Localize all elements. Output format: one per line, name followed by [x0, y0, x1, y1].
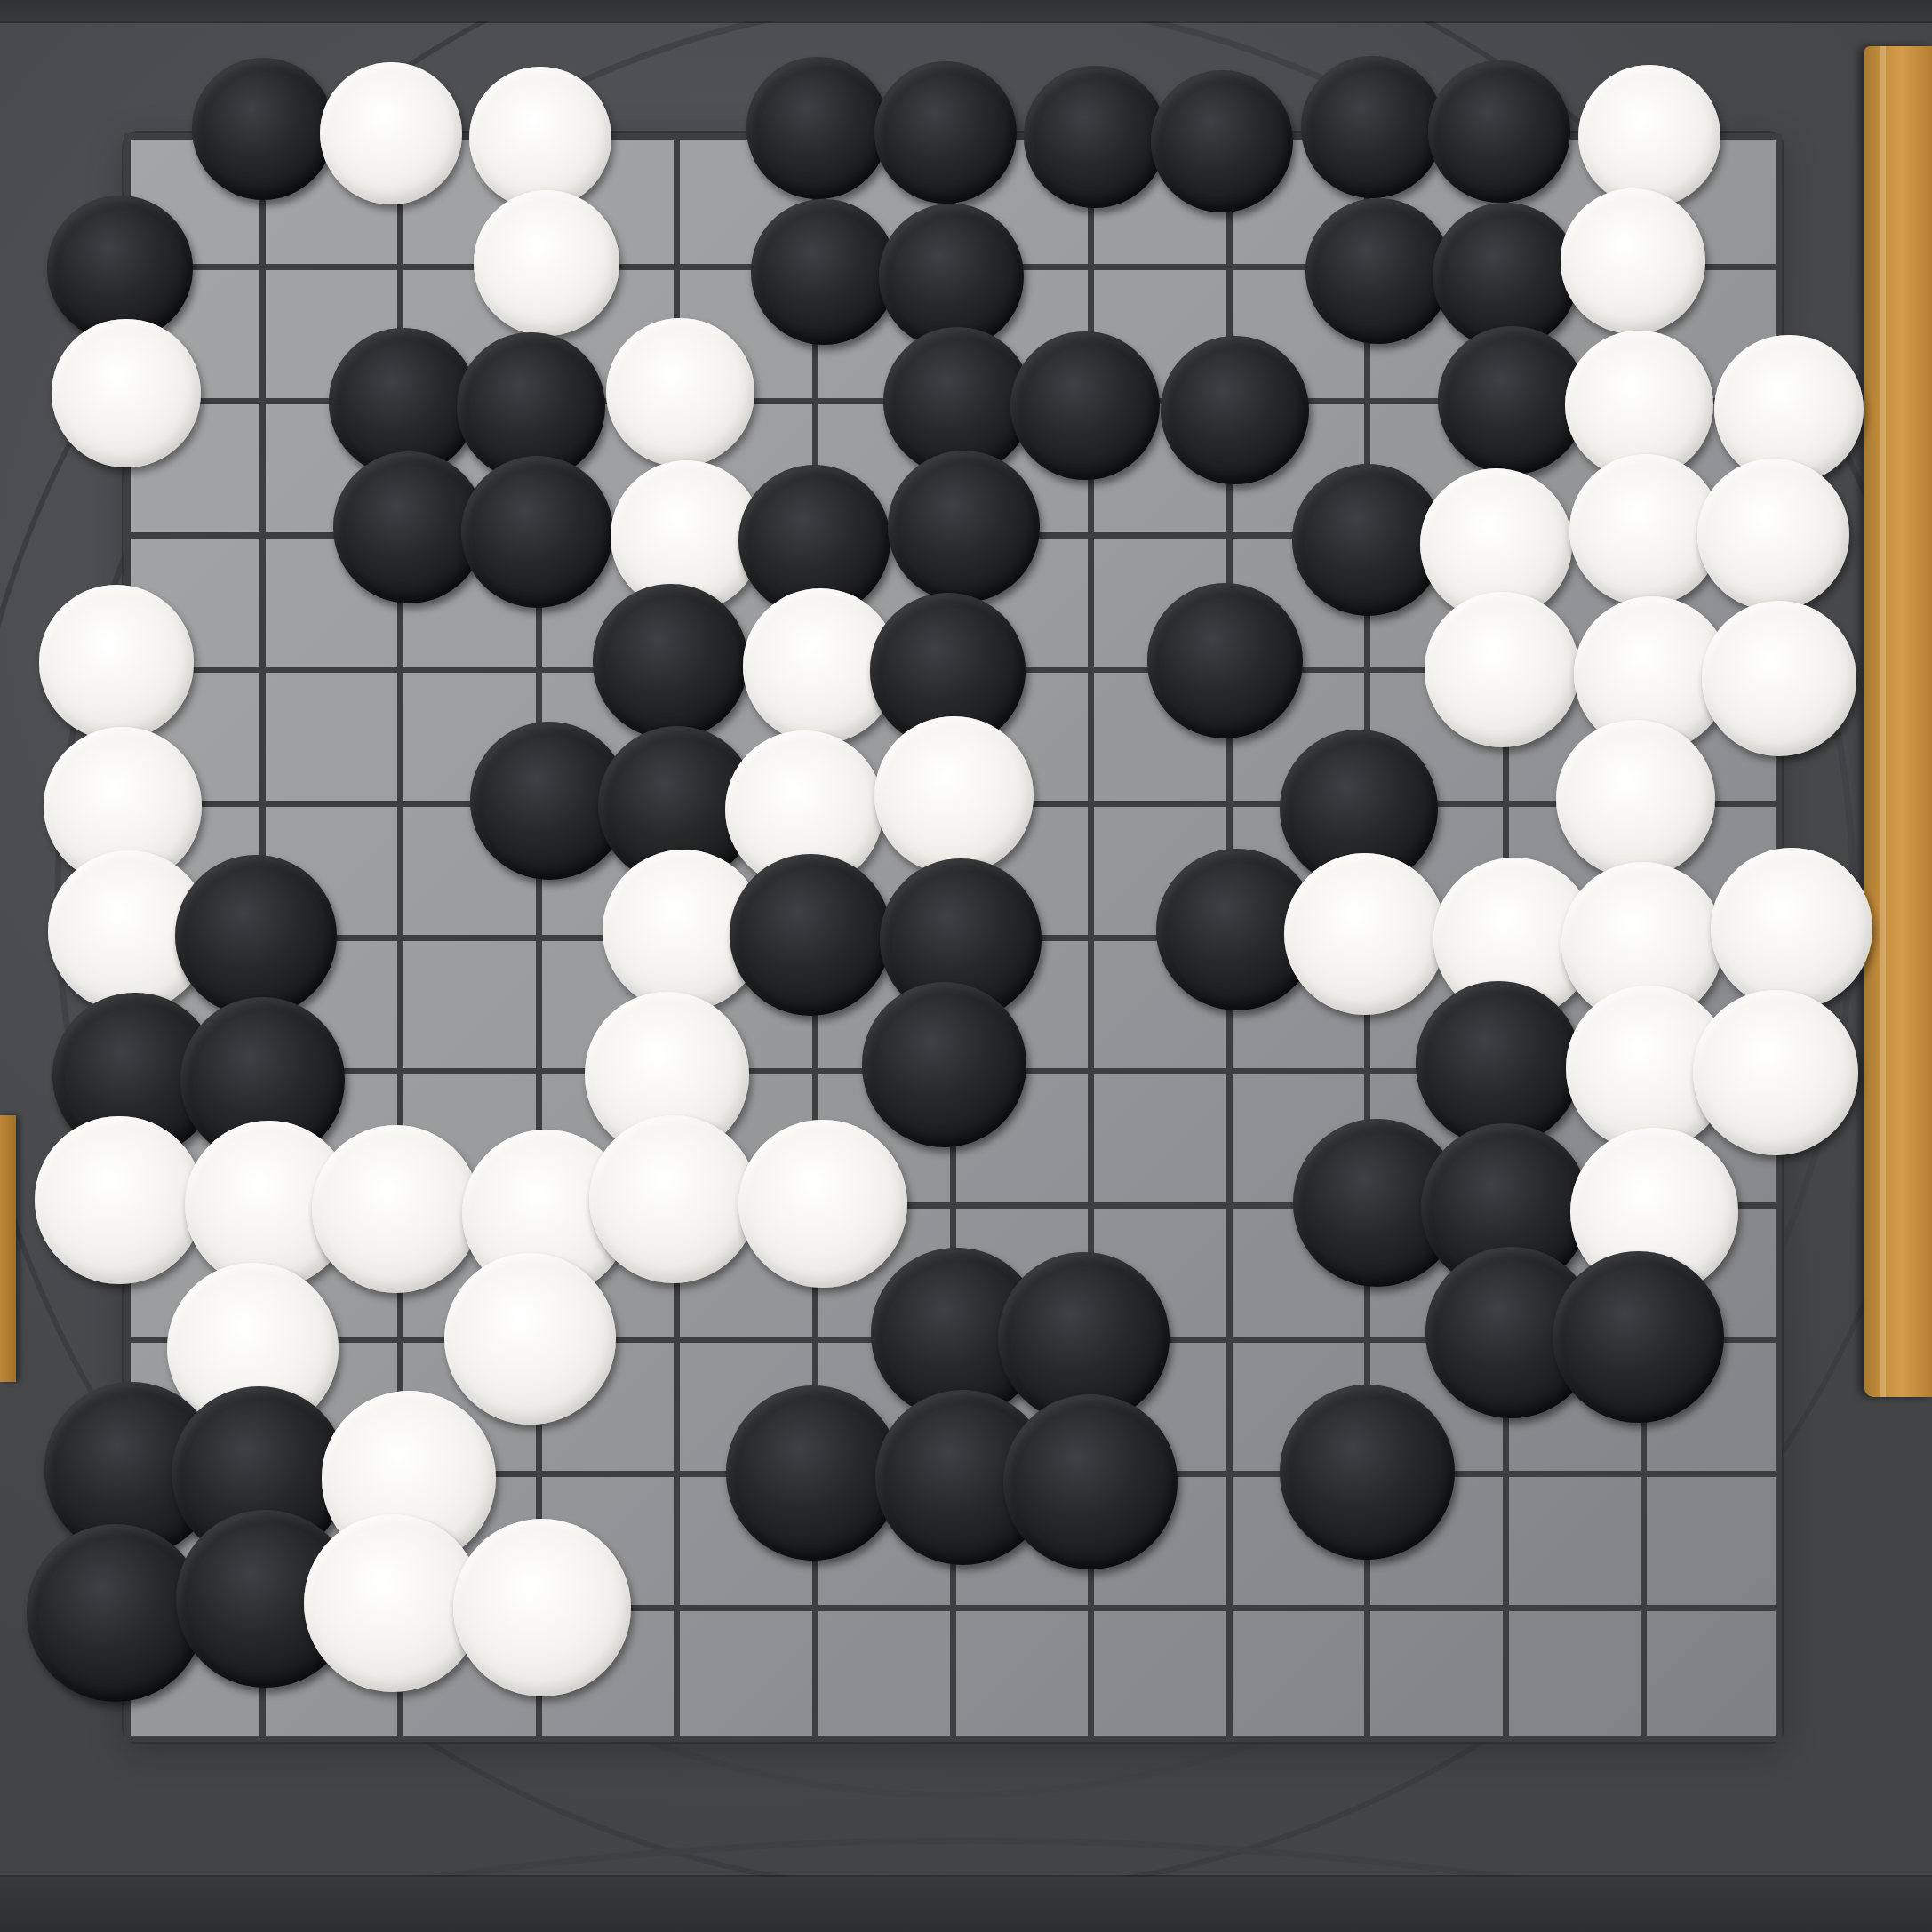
black-go-stone [192, 58, 334, 200]
black-go-stone [1438, 326, 1586, 475]
black-go-stone [862, 982, 1027, 1147]
white-go-stone [738, 1120, 906, 1288]
mat-top-edge-band [0, 0, 1932, 21]
black-go-stone [730, 854, 891, 1016]
white-go-stone [474, 190, 619, 336]
black-go-stone [746, 57, 889, 199]
white-go-stone [35, 1116, 203, 1284]
black-go-stone [1147, 583, 1303, 738]
black-go-stone [461, 456, 613, 608]
black-go-stone [874, 61, 1017, 204]
wood-table-edge-right [1864, 46, 1932, 1397]
white-go-stone [1284, 853, 1446, 1015]
white-go-stone [1578, 65, 1720, 207]
white-go-stone [1711, 848, 1872, 1010]
black-go-stone [726, 1385, 901, 1561]
white-go-stone [1425, 592, 1580, 747]
white-go-stone [1556, 720, 1714, 878]
go-board-photo-scene [0, 0, 1932, 1932]
white-go-stone [39, 585, 195, 740]
black-go-stone [1024, 66, 1166, 208]
black-go-stone [175, 855, 337, 1017]
white-go-stone [469, 67, 611, 209]
black-go-stone [1416, 981, 1581, 1146]
white-go-stone [444, 1253, 616, 1425]
white-go-stone [312, 1125, 480, 1293]
black-go-stone [593, 584, 748, 739]
grid-line-horizontal [124, 1736, 1782, 1742]
black-go-stone [1305, 198, 1451, 344]
black-go-stone [1161, 336, 1309, 484]
black-go-stone [1553, 1251, 1724, 1423]
white-go-stone [1702, 601, 1857, 756]
black-go-stone [751, 199, 897, 345]
white-go-stone [1693, 990, 1858, 1155]
white-go-stone [320, 62, 462, 204]
black-go-stone [1280, 1385, 1455, 1560]
white-go-stone [453, 1519, 631, 1696]
black-go-stone [1428, 60, 1570, 203]
white-go-stone [606, 318, 754, 467]
black-go-stone [1003, 1394, 1178, 1569]
white-go-stone [874, 716, 1033, 874]
black-go-stone [1010, 331, 1159, 480]
mat-bottom-edge-band [0, 1877, 1932, 1932]
black-go-stone [1301, 56, 1443, 198]
white-go-stone [1697, 459, 1849, 611]
white-go-stone [589, 1115, 757, 1283]
black-go-stone [1151, 70, 1293, 212]
white-go-stone [52, 319, 200, 467]
wood-table-edge-left [0, 1115, 16, 1382]
black-go-stone [888, 451, 1040, 603]
white-go-stone [1561, 188, 1706, 334]
